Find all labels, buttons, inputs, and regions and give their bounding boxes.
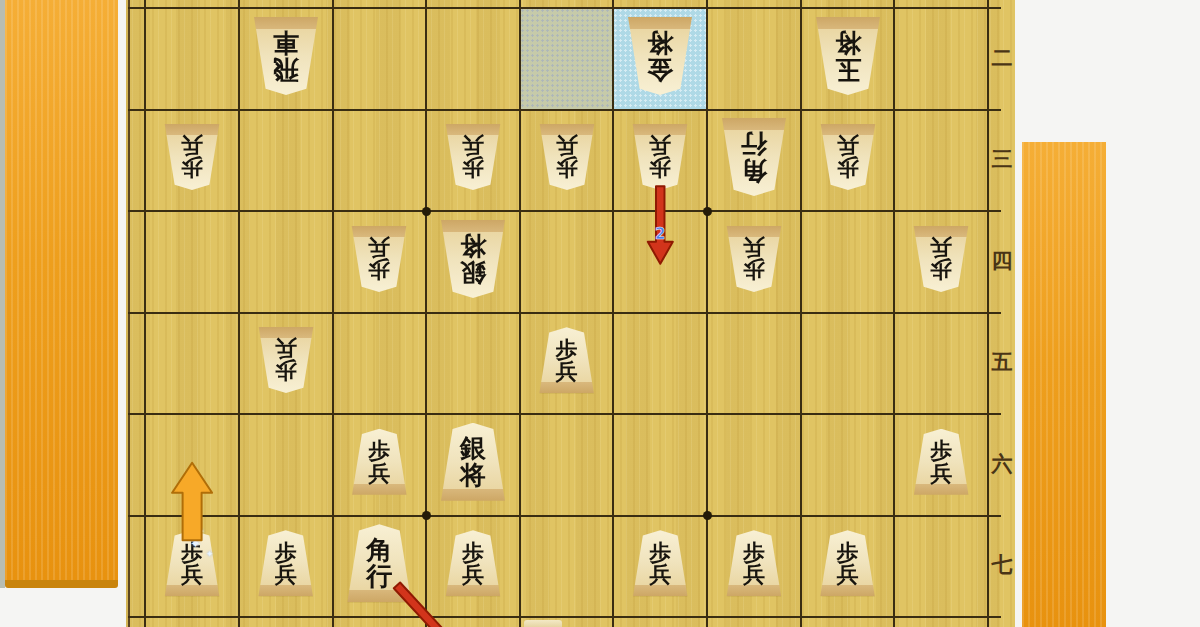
- piece-kanji: 銀: [460, 435, 486, 462]
- piece-kanji: 歩: [275, 360, 297, 382]
- highlight-square-5-2[interactable]: [520, 8, 614, 110]
- piece-kanji: 兵: [368, 236, 390, 258]
- rank-line-3: [128, 312, 1001, 314]
- piece-gote-8-5[interactable]: 歩兵: [257, 327, 315, 393]
- piece-gote-1-4[interactable]: 歩兵: [912, 226, 970, 292]
- piece-kanji: 歩: [930, 439, 952, 461]
- piece-kanji: 兵: [743, 563, 765, 585]
- piece-kanji: 将: [835, 29, 861, 56]
- piece-kanji: 歩: [368, 259, 390, 281]
- piece-kanji: 将: [460, 462, 486, 489]
- piece-kanji: 歩: [181, 541, 203, 563]
- piece-kanji: 兵: [556, 360, 578, 382]
- piece-kanji: 兵: [743, 236, 765, 258]
- board-layer: 二 三 四 五 六 七 飛車金将玉将歩兵歩兵歩兵歩兵角行歩兵歩兵銀将歩兵歩兵歩兵…: [0, 0, 1200, 627]
- rank-line-5: [128, 515, 1001, 517]
- piece-kanji: 玉: [835, 56, 861, 83]
- piece-kanji: 歩: [649, 157, 671, 179]
- rank-line-2: [128, 210, 1001, 212]
- piece-kanji: 行: [366, 563, 392, 590]
- arrow-9七-9六: [172, 463, 212, 541]
- piece-kanji: 兵: [462, 135, 484, 157]
- piece-kanji: 角: [741, 157, 767, 184]
- piece-kanji: 歩: [368, 439, 390, 461]
- rank-label-3: 三: [989, 148, 1015, 170]
- rank-label-6: 六: [989, 453, 1015, 475]
- rank-line-0: [128, 7, 1001, 9]
- piece-kanji: 兵: [181, 563, 203, 585]
- piece-sente-9-7[interactable]: 歩兵: [163, 530, 221, 596]
- piece-kanji: 歩: [743, 259, 765, 281]
- piece-kanji: 歩: [462, 541, 484, 563]
- piece-kanji: 歩: [556, 338, 578, 360]
- piece-gote-6-4[interactable]: 銀将: [439, 220, 507, 298]
- hoshi-point: [703, 511, 712, 520]
- piece-kanji: 銀: [460, 259, 486, 286]
- piece-kanji: 将: [460, 232, 486, 259]
- piece-gote-6-3[interactable]: 歩兵: [444, 124, 502, 190]
- piece-gote-2-3[interactable]: 歩兵: [819, 124, 877, 190]
- piece-gote-8-2[interactable]: 飛車: [252, 17, 320, 95]
- piece-sente-6-6[interactable]: 銀将: [439, 423, 507, 501]
- piece-sente-2-7[interactable]: 歩兵: [819, 530, 877, 596]
- piece-kanji: 行: [741, 131, 767, 158]
- piece-kanji: 歩: [275, 541, 297, 563]
- piece-kanji: 将: [647, 29, 673, 56]
- piece-gote-7-4[interactable]: 歩兵: [350, 226, 408, 292]
- piece-kanji: 飛: [273, 56, 299, 83]
- piece-gote-3-3[interactable]: 角行: [720, 118, 788, 196]
- arrow-4三-4四: [648, 186, 673, 263]
- piece-kanji: 歩: [837, 541, 859, 563]
- piece-gote-4-3[interactable]: 歩兵: [631, 124, 689, 190]
- piece-gote-5-3[interactable]: 歩兵: [538, 124, 596, 190]
- piece-sente-4-7[interactable]: 歩兵: [631, 530, 689, 596]
- hoshi-point: [422, 511, 431, 520]
- piece-kanji: 車: [273, 29, 299, 56]
- piece-kanji: 兵: [837, 563, 859, 585]
- rank-line-6: [128, 616, 1001, 618]
- piece-sente-6-7[interactable]: 歩兵: [444, 530, 502, 596]
- partial-piece-rank8: [524, 620, 562, 627]
- piece-gote-9-3[interactable]: 歩兵: [163, 124, 221, 190]
- piece-kanji: 歩: [930, 259, 952, 281]
- piece-kanji: 歩: [743, 541, 765, 563]
- piece-sente-7-7[interactable]: 角行: [345, 524, 413, 602]
- hoshi-point: [422, 207, 431, 216]
- piece-gote-3-4[interactable]: 歩兵: [725, 226, 783, 292]
- rank-line-4: [128, 413, 1001, 415]
- rank-line-1: [128, 109, 1001, 111]
- piece-kanji: 角: [366, 537, 392, 564]
- piece-sente-5-5[interactable]: 歩兵: [538, 327, 596, 393]
- shogi-app-canvas: 二 三 四 五 六 七 飛車金将玉将歩兵歩兵歩兵歩兵角行歩兵歩兵銀将歩兵歩兵歩兵…: [0, 0, 1200, 627]
- rank-label-5: 五: [989, 351, 1015, 373]
- piece-kanji: 兵: [930, 462, 952, 484]
- rank-label-7: 七: [989, 554, 1015, 576]
- piece-sente-8-7[interactable]: 歩兵: [257, 530, 315, 596]
- piece-kanji: 歩: [649, 541, 671, 563]
- piece-kanji: 兵: [275, 563, 297, 585]
- piece-kanji: 兵: [930, 236, 952, 258]
- piece-kanji: 兵: [181, 135, 203, 157]
- piece-kanji: 歩: [837, 157, 859, 179]
- piece-kanji: 兵: [649, 563, 671, 585]
- piece-sente-7-6[interactable]: 歩兵: [350, 429, 408, 495]
- piece-sente-3-7[interactable]: 歩兵: [725, 530, 783, 596]
- piece-kanji: 歩: [556, 157, 578, 179]
- piece-kanji: 兵: [462, 563, 484, 585]
- rank-label-2: 二: [989, 47, 1015, 69]
- piece-sente-1-6[interactable]: 歩兵: [912, 429, 970, 495]
- arrow-move-number: 2: [655, 225, 665, 243]
- piece-kanji: 兵: [275, 338, 297, 360]
- piece-kanji: 兵: [556, 135, 578, 157]
- piece-gote-2-2[interactable]: 玉将: [814, 17, 882, 95]
- rank-label-4: 四: [989, 250, 1015, 272]
- piece-kanji: 金: [647, 56, 673, 83]
- piece-kanji: 歩: [462, 157, 484, 179]
- piece-kanji: 兵: [837, 135, 859, 157]
- piece-kanji: 兵: [368, 462, 390, 484]
- hoshi-point: [703, 207, 712, 216]
- piece-kanji: 歩: [181, 157, 203, 179]
- piece-kanji: 兵: [649, 135, 671, 157]
